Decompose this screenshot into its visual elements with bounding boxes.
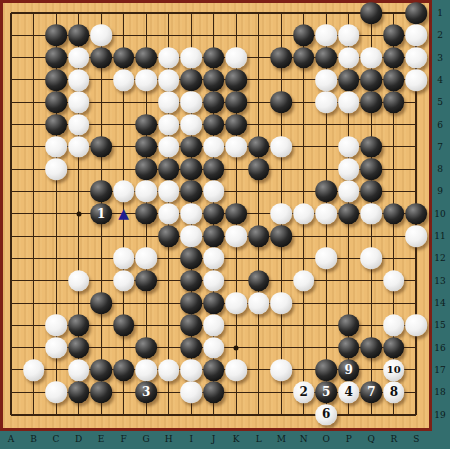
stone-black[interactable] <box>338 69 360 91</box>
row-label: 4 <box>437 75 443 85</box>
stone-white[interactable] <box>406 25 428 47</box>
grid-hline <box>11 414 416 416</box>
row-label: 16 <box>434 343 445 353</box>
move-number-label: 7 <box>367 386 375 398</box>
stone-black[interactable] <box>361 91 383 113</box>
row-label: 13 <box>434 276 445 286</box>
stone-white[interactable] <box>158 91 180 113</box>
stone-white[interactable] <box>225 292 247 314</box>
col-label: I <box>189 434 193 444</box>
stone-white[interactable] <box>293 270 315 292</box>
row-label: 7 <box>437 142 443 152</box>
stone-white[interactable] <box>180 91 202 113</box>
stone-black[interactable] <box>180 69 202 91</box>
stone-white[interactable] <box>270 136 292 158</box>
stone-white[interactable] <box>135 181 157 203</box>
stone-black[interactable] <box>90 292 112 314</box>
stone-black[interactable] <box>315 47 337 69</box>
stone-white[interactable] <box>68 91 90 113</box>
stone-black[interactable] <box>361 158 383 180</box>
row-label: 12 <box>434 253 445 263</box>
stone-white[interactable] <box>203 315 225 337</box>
col-label: H <box>165 434 173 444</box>
stone-black[interactable] <box>270 225 292 247</box>
stone-black[interactable] <box>383 203 405 225</box>
stone-black[interactable] <box>203 292 225 314</box>
stone-white[interactable] <box>406 315 428 337</box>
stone-black[interactable] <box>90 381 112 403</box>
move-number-label: 9 <box>345 364 353 376</box>
stone-white[interactable] <box>45 158 67 180</box>
stone-white[interactable] <box>23 359 45 381</box>
stone-black[interactable] <box>68 337 90 359</box>
stone-white[interactable] <box>90 25 112 47</box>
col-label: D <box>75 434 82 444</box>
stone-black[interactable] <box>248 225 270 247</box>
stone-white[interactable] <box>225 225 247 247</box>
stone-black[interactable] <box>203 158 225 180</box>
stone-white[interactable] <box>225 136 247 158</box>
stone-white[interactable] <box>158 359 180 381</box>
stone-black[interactable] <box>361 136 383 158</box>
move-number-label: 2 <box>300 386 308 398</box>
stone-black[interactable] <box>293 25 315 47</box>
stone-white[interactable] <box>68 47 90 69</box>
col-label: G <box>143 434 150 444</box>
stone-black[interactable] <box>135 270 157 292</box>
stone-black[interactable] <box>338 337 360 359</box>
stone-black[interactable] <box>225 91 247 113</box>
stone-black[interactable] <box>338 203 360 225</box>
stone-black[interactable] <box>225 114 247 136</box>
col-label: P <box>346 434 352 444</box>
stone-black[interactable]: 9 <box>338 359 360 381</box>
stone-black[interactable] <box>203 69 225 91</box>
stone-white[interactable] <box>113 69 135 91</box>
col-label: N <box>300 434 308 444</box>
stone-black[interactable] <box>68 25 90 47</box>
stone-black[interactable] <box>203 203 225 225</box>
stone-black[interactable] <box>45 47 67 69</box>
stone-black[interactable] <box>180 315 202 337</box>
star-point <box>76 211 81 216</box>
stone-white[interactable] <box>113 181 135 203</box>
stone-white[interactable] <box>315 248 337 270</box>
stone-white[interactable] <box>315 69 337 91</box>
stone-white[interactable]: 2 <box>293 381 315 403</box>
stone-black[interactable] <box>135 158 157 180</box>
stone-white[interactable] <box>293 203 315 225</box>
stone-white[interactable] <box>338 181 360 203</box>
stone-white[interactable] <box>158 114 180 136</box>
stone-white[interactable] <box>406 47 428 69</box>
row-label: 2 <box>437 30 443 40</box>
stone-white[interactable] <box>270 292 292 314</box>
stone-black[interactable] <box>135 136 157 158</box>
stone-black[interactable] <box>45 91 67 113</box>
stone-black[interactable] <box>68 315 90 337</box>
stone-black[interactable] <box>113 359 135 381</box>
stone-black[interactable] <box>180 248 202 270</box>
stone-white[interactable] <box>203 248 225 270</box>
stone-black[interactable] <box>315 359 337 381</box>
stone-white[interactable] <box>113 270 135 292</box>
col-label: B <box>30 434 37 444</box>
star-point <box>234 345 239 350</box>
col-label: L <box>256 434 262 444</box>
stone-black[interactable] <box>293 47 315 69</box>
stone-white[interactable] <box>158 203 180 225</box>
stone-white[interactable] <box>158 47 180 69</box>
col-label: K <box>233 434 240 444</box>
stone-white[interactable] <box>361 203 383 225</box>
stone-black[interactable] <box>270 47 292 69</box>
stone-black[interactable] <box>135 114 157 136</box>
stone-black[interactable]: 5 <box>315 381 337 403</box>
stone-black[interactable] <box>203 225 225 247</box>
stone-black[interactable] <box>180 337 202 359</box>
stone-black[interactable] <box>180 292 202 314</box>
stone-black[interactable] <box>180 158 202 180</box>
stone-black[interactable] <box>135 47 157 69</box>
row-label: 3 <box>437 53 443 63</box>
stone-black[interactable] <box>158 158 180 180</box>
stone-black[interactable] <box>113 47 135 69</box>
stone-white[interactable] <box>361 47 383 69</box>
stone-white[interactable] <box>135 69 157 91</box>
move-number-label: 3 <box>142 386 150 398</box>
stone-white[interactable] <box>225 47 247 69</box>
stone-black[interactable] <box>180 181 202 203</box>
stone-black[interactable] <box>203 359 225 381</box>
stone-white[interactable] <box>180 114 202 136</box>
move-number-label: 5 <box>322 386 330 398</box>
stone-white[interactable] <box>315 91 337 113</box>
stone-black[interactable] <box>203 91 225 113</box>
stone-white[interactable] <box>68 359 90 381</box>
stone-white[interactable] <box>68 69 90 91</box>
stone-black[interactable] <box>406 2 428 24</box>
stone-black[interactable] <box>361 2 383 24</box>
stone-black[interactable] <box>180 270 202 292</box>
stone-white[interactable] <box>315 25 337 47</box>
col-label: M <box>277 434 286 444</box>
stone-black[interactable] <box>45 114 67 136</box>
row-label: 11 <box>434 231 445 241</box>
stone-white[interactable] <box>203 181 225 203</box>
stone-white[interactable] <box>45 337 67 359</box>
stone-black[interactable] <box>361 337 383 359</box>
move-number-label: 4 <box>345 386 353 398</box>
col-label: E <box>98 434 105 444</box>
stone-black[interactable] <box>90 181 112 203</box>
stone-white[interactable] <box>135 248 157 270</box>
stone-black[interactable] <box>406 203 428 225</box>
stone-white[interactable]: 6 <box>315 404 337 426</box>
stone-black[interactable] <box>361 69 383 91</box>
stone-white[interactable] <box>406 69 428 91</box>
stone-white[interactable]: 4 <box>338 381 360 403</box>
stone-black[interactable] <box>270 91 292 113</box>
stone-black[interactable] <box>248 136 270 158</box>
stone-white[interactable] <box>68 136 90 158</box>
row-label: 8 <box>437 164 443 174</box>
row-coordinate-strip <box>432 0 450 449</box>
stone-black[interactable] <box>90 359 112 381</box>
row-label: 1 <box>437 8 443 18</box>
stone-white[interactable] <box>383 315 405 337</box>
stone-white[interactable] <box>158 136 180 158</box>
stone-black[interactable] <box>225 203 247 225</box>
move-number-label: 6 <box>322 409 330 421</box>
grid-hline <box>11 12 416 14</box>
stone-white[interactable]: 8 <box>383 381 405 403</box>
stone-black[interactable] <box>203 381 225 403</box>
stone-black[interactable]: 1 <box>90 203 112 225</box>
stone-black[interactable] <box>248 270 270 292</box>
stone-white[interactable] <box>315 203 337 225</box>
stone-white[interactable] <box>158 181 180 203</box>
stone-black[interactable] <box>315 181 337 203</box>
stone-black[interactable] <box>135 203 157 225</box>
col-label: F <box>120 434 126 444</box>
stone-white[interactable] <box>338 25 360 47</box>
stone-white[interactable]: 10 <box>383 359 405 381</box>
row-label: 6 <box>437 120 443 130</box>
col-label: S <box>413 434 419 444</box>
stone-black[interactable] <box>248 158 270 180</box>
stone-white[interactable] <box>45 315 67 337</box>
stone-black[interactable] <box>203 47 225 69</box>
stone-white[interactable] <box>180 381 202 403</box>
col-label: Q <box>368 434 375 444</box>
row-label: 17 <box>434 365 445 375</box>
row-label: 18 <box>434 387 445 397</box>
stone-black[interactable] <box>383 69 405 91</box>
stone-black[interactable] <box>45 69 67 91</box>
go-game-screenshot: 19103254786▲ABCDEFGHIJKLMNOPQRS123456789… <box>0 0 450 449</box>
stone-black[interactable]: 7 <box>361 381 383 403</box>
stone-white[interactable] <box>45 136 67 158</box>
stone-black[interactable] <box>68 381 90 403</box>
stone-white[interactable] <box>180 225 202 247</box>
row-label: 14 <box>434 298 445 308</box>
stone-white[interactable] <box>270 203 292 225</box>
stone-black[interactable] <box>383 337 405 359</box>
stone-black[interactable] <box>113 315 135 337</box>
stone-white[interactable] <box>203 136 225 158</box>
stone-black[interactable] <box>203 114 225 136</box>
stone-white[interactable] <box>180 203 202 225</box>
row-label: 9 <box>437 186 443 196</box>
stone-white[interactable] <box>158 69 180 91</box>
stone-black[interactable] <box>225 69 247 91</box>
stone-white[interactable] <box>68 114 90 136</box>
stone-black[interactable] <box>135 337 157 359</box>
row-label: 5 <box>437 97 443 107</box>
stone-black[interactable] <box>180 136 202 158</box>
stone-white[interactable] <box>338 47 360 69</box>
stone-white[interactable] <box>180 359 202 381</box>
stone-black[interactable] <box>90 47 112 69</box>
stone-white[interactable] <box>45 381 67 403</box>
col-label: O <box>323 434 330 444</box>
col-label: R <box>390 434 397 444</box>
stone-black[interactable] <box>383 91 405 113</box>
move-number-label: 8 <box>390 386 398 398</box>
stone-white[interactable] <box>113 248 135 270</box>
stone-white[interactable] <box>383 270 405 292</box>
move-number-label: 10 <box>387 365 401 375</box>
stone-black[interactable] <box>383 25 405 47</box>
stone-white[interactable] <box>180 47 202 69</box>
stone-white[interactable] <box>203 337 225 359</box>
col-label: A <box>8 434 15 444</box>
row-label: 15 <box>434 320 445 330</box>
stone-white[interactable] <box>68 270 90 292</box>
stone-black[interactable]: 3 <box>135 381 157 403</box>
stone-white[interactable] <box>338 136 360 158</box>
stone-white[interactable] <box>203 270 225 292</box>
stone-white[interactable] <box>135 359 157 381</box>
stone-black[interactable] <box>383 47 405 69</box>
column-coordinate-strip <box>0 431 450 449</box>
stone-white[interactable] <box>361 248 383 270</box>
stone-white[interactable] <box>406 225 428 247</box>
col-label: J <box>212 434 216 444</box>
stone-black[interactable] <box>361 181 383 203</box>
stone-white[interactable] <box>248 292 270 314</box>
move-number-label: 1 <box>97 208 105 220</box>
stone-black[interactable] <box>45 25 67 47</box>
row-label: 10 <box>434 209 445 219</box>
stone-black[interactable] <box>90 136 112 158</box>
triangle-marker: ▲ <box>118 206 129 220</box>
stone-white[interactable] <box>338 158 360 180</box>
stone-black[interactable] <box>158 225 180 247</box>
stone-white[interactable] <box>225 359 247 381</box>
row-label: 19 <box>434 410 445 420</box>
stone-white[interactable] <box>338 91 360 113</box>
col-label: C <box>53 434 60 444</box>
stone-black[interactable] <box>338 315 360 337</box>
stone-white[interactable] <box>270 359 292 381</box>
